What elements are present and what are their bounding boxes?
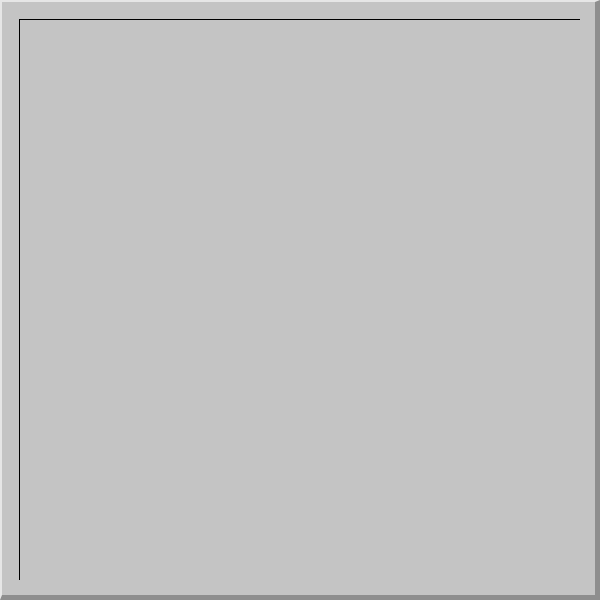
rank-label xyxy=(2,440,19,510)
file-label xyxy=(510,580,580,595)
rank-labels xyxy=(2,20,19,580)
rank-label xyxy=(2,230,19,300)
file-label xyxy=(440,580,510,595)
rank-label xyxy=(2,300,19,370)
file-label xyxy=(370,580,440,595)
rank-label xyxy=(2,20,19,90)
file-label xyxy=(300,580,370,595)
chess-board xyxy=(19,19,580,580)
rank-label xyxy=(2,510,19,580)
rank-label xyxy=(2,160,19,230)
file-label xyxy=(230,580,300,595)
board-frame xyxy=(0,0,600,600)
rank-label xyxy=(2,370,19,440)
file-labels xyxy=(20,580,580,595)
rank-label xyxy=(2,90,19,160)
file-label xyxy=(160,580,230,595)
file-label xyxy=(20,580,90,595)
file-label xyxy=(90,580,160,595)
